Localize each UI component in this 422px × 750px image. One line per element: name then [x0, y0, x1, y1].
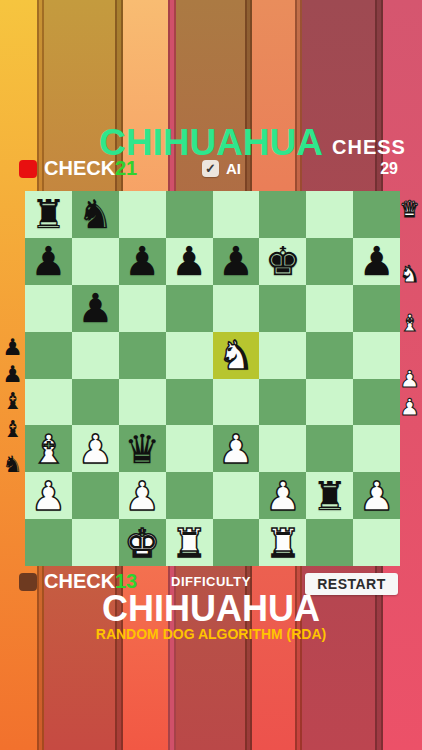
captured-black-pawn-icon: ♟	[2, 336, 23, 359]
checkmark-icon: ✓	[205, 161, 216, 176]
square-e3[interactable]: ♟	[213, 425, 260, 472]
captured-white-knight-icon: ♞	[399, 263, 420, 286]
square-h1[interactable]	[353, 519, 400, 566]
check-count-top: 21	[115, 157, 137, 180]
square-a4[interactable]	[25, 379, 72, 426]
square-b5[interactable]	[72, 332, 119, 379]
square-h2[interactable]: ♟	[353, 472, 400, 519]
square-b2[interactable]	[72, 472, 119, 519]
algorithm-label: RANDOM DOG ALGORITHM (RDA)	[0, 626, 422, 642]
black-pawn-piece: ♟	[31, 241, 67, 281]
square-f4[interactable]	[259, 379, 306, 426]
status-bar-top: CHECK 21 ✓ AI 29	[0, 157, 422, 183]
white-pawn-piece: ♟	[359, 476, 395, 516]
white-rook-piece: ♜	[171, 523, 207, 563]
black-king-piece: ♚	[265, 241, 301, 281]
header: CHIHUAHUA CHESS	[0, 122, 422, 160]
square-c4[interactable]	[119, 379, 166, 426]
move-counter: 29	[380, 160, 398, 178]
square-d6[interactable]	[166, 285, 213, 332]
square-d5[interactable]	[166, 332, 213, 379]
square-e2[interactable]	[213, 472, 260, 519]
square-f2[interactable]: ♟	[259, 472, 306, 519]
square-f6[interactable]	[259, 285, 306, 332]
square-d8[interactable]	[166, 191, 213, 238]
square-b4[interactable]	[72, 379, 119, 426]
black-rook-piece: ♜	[312, 476, 348, 516]
square-f1[interactable]: ♜	[259, 519, 306, 566]
square-f3[interactable]	[259, 425, 306, 472]
square-b8[interactable]: ♞	[72, 191, 119, 238]
square-d4[interactable]	[166, 379, 213, 426]
square-a6[interactable]	[25, 285, 72, 332]
square-c5[interactable]	[119, 332, 166, 379]
square-c3[interactable]: ♛	[119, 425, 166, 472]
square-d3[interactable]	[166, 425, 213, 472]
square-g6[interactable]	[306, 285, 353, 332]
square-f8[interactable]	[259, 191, 306, 238]
white-bishop-piece: ♝	[31, 429, 67, 469]
square-c7[interactable]: ♟	[119, 238, 166, 285]
black-pawn-piece: ♟	[218, 241, 254, 281]
square-e8[interactable]	[213, 191, 260, 238]
square-b6[interactable]: ♟	[72, 285, 119, 332]
square-a5[interactable]	[25, 332, 72, 379]
captured-white-queen-icon: ♛	[399, 198, 420, 221]
white-pawn-piece: ♟	[218, 429, 254, 469]
ai-label: AI	[226, 160, 241, 177]
white-king-piece: ♚	[124, 523, 160, 563]
square-a2[interactable]: ♟	[25, 472, 72, 519]
square-g3[interactable]	[306, 425, 353, 472]
square-b7[interactable]	[72, 238, 119, 285]
square-a1[interactable]	[25, 519, 72, 566]
square-g2[interactable]: ♜	[306, 472, 353, 519]
square-d7[interactable]: ♟	[166, 238, 213, 285]
square-g7[interactable]	[306, 238, 353, 285]
black-pawn-piece: ♟	[359, 241, 395, 281]
square-h8[interactable]	[353, 191, 400, 238]
square-a7[interactable]: ♟	[25, 238, 72, 285]
square-e5[interactable]: ♞	[213, 332, 260, 379]
square-g1[interactable]	[306, 519, 353, 566]
black-pawn-piece: ♟	[77, 288, 113, 328]
check-label-top: CHECK	[44, 157, 115, 180]
square-d2[interactable]	[166, 472, 213, 519]
black-pawn-piece: ♟	[171, 241, 207, 281]
captured-white-pawn-icon: ♟	[399, 396, 420, 419]
black-pawn-piece: ♟	[124, 241, 160, 281]
square-c8[interactable]	[119, 191, 166, 238]
black-knight-piece: ♞	[77, 194, 113, 234]
square-d1[interactable]: ♜	[166, 519, 213, 566]
square-e6[interactable]	[213, 285, 260, 332]
square-c1[interactable]: ♚	[119, 519, 166, 566]
square-c6[interactable]	[119, 285, 166, 332]
chess-board[interactable]: ♜♞♟♟♟♟♚♟♟♞♝♟♛♟♟♟♟♜♟♚♜♜	[25, 191, 400, 566]
ai-checkbox[interactable]: ✓	[202, 160, 219, 177]
square-g4[interactable]	[306, 379, 353, 426]
square-g5[interactable]	[306, 332, 353, 379]
white-pawn-piece: ♟	[77, 429, 113, 469]
square-g8[interactable]	[306, 191, 353, 238]
square-h7[interactable]: ♟	[353, 238, 400, 285]
captured-black-bishop-icon: ♝	[2, 418, 23, 441]
square-b3[interactable]: ♟	[72, 425, 119, 472]
captured-white-bishop-icon: ♝	[399, 312, 420, 335]
square-e1[interactable]	[213, 519, 260, 566]
square-c2[interactable]: ♟	[119, 472, 166, 519]
footer-title: CHIHUAHUA	[0, 588, 422, 630]
white-rook-piece: ♜	[265, 523, 301, 563]
square-h4[interactable]	[353, 379, 400, 426]
black-rook-piece: ♜	[31, 194, 67, 234]
captured-white-pawn-icon: ♟	[399, 368, 420, 391]
square-a8[interactable]: ♜	[25, 191, 72, 238]
white-pawn-piece: ♟	[31, 476, 67, 516]
square-h5[interactable]	[353, 332, 400, 379]
square-b1[interactable]	[72, 519, 119, 566]
black-queen-piece: ♛	[124, 429, 160, 469]
white-knight-piece: ♞	[218, 335, 254, 375]
square-f5[interactable]	[259, 332, 306, 379]
square-e7[interactable]: ♟	[213, 238, 260, 285]
square-h3[interactable]	[353, 425, 400, 472]
square-h6[interactable]	[353, 285, 400, 332]
white-pawn-piece: ♟	[265, 476, 301, 516]
square-e4[interactable]	[213, 379, 260, 426]
app-subtitle: CHESS	[332, 136, 406, 159]
white-pawn-piece: ♟	[124, 476, 160, 516]
square-f7[interactable]: ♚	[259, 238, 306, 285]
captured-black-bishop-icon: ♝	[2, 390, 23, 413]
captured-black-knight-icon: ♞	[2, 453, 23, 476]
square-a3[interactable]: ♝	[25, 425, 72, 472]
captured-black-pawn-icon: ♟	[2, 363, 23, 386]
